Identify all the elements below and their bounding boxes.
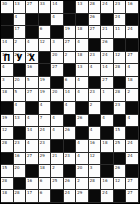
cell-number: 24 bbox=[102, 52, 107, 57]
grid-cell[interactable]: 2 bbox=[89, 102, 102, 115]
grid-cell[interactable]: 24 bbox=[114, 14, 127, 27]
cell-number: 28 bbox=[90, 178, 95, 183]
grid-cell[interactable]: 26 bbox=[64, 178, 77, 191]
grid-cell[interactable]: 4 bbox=[64, 102, 77, 115]
cell-number: 1 bbox=[102, 89, 105, 94]
cell-number: 18 bbox=[77, 52, 82, 57]
grid-cell[interactable]: 4 bbox=[76, 153, 89, 166]
cell-number: 25 bbox=[115, 140, 120, 145]
grid-cell[interactable]: 28 bbox=[14, 190, 27, 203]
grid-cell[interactable]: 19 bbox=[1, 115, 14, 128]
cell-number: 29 bbox=[77, 190, 82, 195]
grid-cell[interactable]: 14 bbox=[26, 127, 39, 140]
cell-number: 4 bbox=[52, 14, 55, 19]
cell-number: 26 bbox=[77, 115, 82, 120]
cell-number: 20 bbox=[52, 89, 57, 94]
grid-cell[interactable]: 12 bbox=[1, 127, 14, 140]
cell-number: 3 bbox=[90, 165, 93, 170]
cell-number: 23 bbox=[115, 102, 120, 107]
cell-number: 14 bbox=[65, 89, 70, 94]
cell-number: 4 bbox=[27, 115, 30, 120]
cell-number: 2 bbox=[127, 89, 130, 94]
cell-number: 23 bbox=[90, 89, 95, 94]
cell-number: 12 bbox=[115, 52, 120, 57]
black-cell bbox=[51, 140, 64, 153]
grid-cell[interactable]: 4 bbox=[1, 64, 14, 77]
cell-number: 19 bbox=[2, 115, 7, 120]
cell-number: 18 bbox=[2, 190, 7, 195]
grid-cell[interactable]: 18 bbox=[1, 190, 14, 203]
grid-cell[interactable]: 27 bbox=[126, 52, 139, 65]
cell-number: 21 bbox=[52, 153, 57, 158]
cell-number: 16 bbox=[15, 153, 20, 158]
grid-cell[interactable]: 26 bbox=[76, 115, 89, 128]
grid-cell[interactable]: 4 bbox=[126, 64, 139, 77]
grid-cell[interactable]: 2 bbox=[76, 178, 89, 191]
cell-number: 18 bbox=[2, 89, 7, 94]
cell-number: 4 bbox=[127, 115, 130, 120]
grid-cell[interactable]: 24 bbox=[39, 127, 52, 140]
grid-cell[interactable]: 21 bbox=[101, 26, 114, 39]
grid-cell[interactable]: 5 bbox=[14, 89, 27, 102]
black-cell bbox=[39, 64, 52, 77]
cell-number: 4 bbox=[65, 102, 68, 107]
cell-number: 4 bbox=[2, 64, 5, 69]
grid-cell[interactable]: 2 bbox=[126, 89, 139, 102]
grid-cell[interactable]: 1 bbox=[101, 89, 114, 102]
cell-number: 28 bbox=[2, 140, 7, 145]
grid-cell[interactable]: 4 bbox=[89, 64, 102, 77]
grid-cell[interactable]: 26 bbox=[101, 39, 114, 52]
grid-cell[interactable]: 4 bbox=[26, 140, 39, 153]
black-cell bbox=[14, 64, 27, 77]
cell-number: 27 bbox=[27, 1, 32, 6]
grid-cell[interactable]: 20 bbox=[14, 165, 27, 178]
cell-number: 28 bbox=[15, 190, 20, 195]
grid-cell[interactable]: 18 bbox=[126, 77, 139, 90]
grid-cell[interactable]: 13 bbox=[76, 64, 89, 77]
cell-number: 28 bbox=[115, 64, 120, 69]
grid-cell[interactable]: 5 bbox=[26, 77, 39, 90]
grid-cell[interactable]: 30 bbox=[1, 1, 14, 14]
cell-number: 16 bbox=[27, 178, 32, 183]
grid-cell[interactable]: 33 bbox=[39, 1, 52, 14]
cell-number: 4 bbox=[77, 39, 80, 44]
black-cell bbox=[51, 26, 64, 39]
grid-cell[interactable]: 19 bbox=[39, 89, 52, 102]
grid-cell[interactable]: 12 bbox=[114, 52, 127, 65]
grid-cell[interactable]: 20 bbox=[76, 165, 89, 178]
cell-number: 12 bbox=[40, 39, 45, 44]
grid-cell[interactable]: 4 bbox=[101, 115, 114, 128]
cell-number: 14 bbox=[52, 1, 57, 6]
cell-number: 27 bbox=[127, 52, 132, 57]
grid-cell[interactable]: 7 bbox=[39, 115, 52, 128]
black-cell bbox=[51, 102, 64, 115]
grid-cell[interactable]: 16 bbox=[89, 140, 102, 153]
black-cell bbox=[89, 39, 102, 52]
black-cell bbox=[14, 127, 27, 140]
grid-cell[interactable]: 29 bbox=[76, 190, 89, 203]
cell-number: 4 bbox=[15, 102, 18, 107]
grid-cell[interactable]: 24 bbox=[64, 190, 77, 203]
grid-cell[interactable]: 27 bbox=[26, 153, 39, 166]
cell-number: 2 bbox=[65, 52, 68, 57]
grid-cell[interactable]: 26 bbox=[89, 14, 102, 27]
cell-number: 15 bbox=[2, 165, 7, 170]
cell-number: 14 bbox=[2, 39, 7, 44]
cell-number: 24 bbox=[115, 14, 120, 19]
cell-number: 3 bbox=[2, 77, 5, 82]
cell-number: 21 bbox=[102, 26, 107, 31]
cell-number: 27 bbox=[65, 39, 70, 44]
cell-number: 4 bbox=[127, 64, 130, 69]
grid-cell[interactable]: 4 bbox=[89, 127, 102, 140]
black-cell bbox=[89, 77, 102, 90]
grid-cell[interactable]: 27 bbox=[26, 89, 39, 102]
grid-cell[interactable]: 20 bbox=[14, 77, 27, 90]
grid-cell[interactable]: 4 bbox=[26, 115, 39, 128]
cell-number: 6 bbox=[40, 26, 43, 31]
grid-cell[interactable]: 14 bbox=[1, 39, 14, 52]
grid-cell[interactable]: 14 bbox=[51, 1, 64, 14]
black-cell bbox=[1, 153, 14, 166]
cell-number: 4 bbox=[77, 153, 80, 158]
grid-cell[interactable]: 24 bbox=[101, 1, 114, 14]
grid-cell[interactable]: 4 bbox=[26, 39, 39, 52]
grid-cell[interactable]: 4 bbox=[51, 14, 64, 27]
cell-number: 24 bbox=[102, 1, 107, 6]
grid-cell[interactable]: 27 bbox=[126, 190, 139, 203]
grid-cell[interactable]: 25Х bbox=[26, 52, 39, 65]
cell-number: 13 bbox=[77, 64, 82, 69]
cell-number: 18 bbox=[40, 165, 45, 170]
black-cell bbox=[26, 26, 39, 39]
cell-number: 20 bbox=[15, 165, 20, 170]
grid-cell[interactable]: 15 bbox=[114, 127, 127, 140]
grid-cell[interactable]: 23 bbox=[89, 89, 102, 102]
cell-number: 3 bbox=[52, 39, 55, 44]
cell-number: 27 bbox=[127, 190, 132, 195]
cell-number: 4 bbox=[52, 127, 55, 132]
cell-number: 27 bbox=[52, 64, 57, 69]
grid-cell[interactable]: 19 bbox=[39, 77, 52, 90]
grid-cell[interactable]: 4 bbox=[76, 77, 89, 90]
cell-number: 27 bbox=[27, 153, 32, 158]
black-cell bbox=[114, 39, 127, 52]
black-cell bbox=[64, 115, 77, 128]
black-cell bbox=[114, 115, 127, 128]
grid-cell[interactable]: 28 bbox=[114, 89, 127, 102]
black-cell bbox=[51, 77, 64, 90]
black-cell bbox=[101, 14, 114, 27]
grid-cell[interactable]: 28 bbox=[89, 178, 102, 191]
cell-number: 5 bbox=[15, 89, 18, 94]
black-cell bbox=[126, 39, 139, 52]
black-cell bbox=[39, 52, 52, 65]
cell-number: 4 bbox=[40, 102, 43, 107]
grid-cell[interactable]: 16 bbox=[126, 1, 139, 14]
codeword-board: 3013273314132824231644262417619182721112… bbox=[0, 0, 140, 204]
grid-cell[interactable]: 4 bbox=[76, 89, 89, 102]
grid-cell[interactable]: 16 bbox=[14, 153, 27, 166]
grid-cell[interactable]: 21 bbox=[51, 153, 64, 166]
cell-number: 13 bbox=[15, 1, 20, 6]
grid-cell[interactable]: 28 bbox=[89, 1, 102, 14]
grid-cell[interactable]: 14 bbox=[101, 64, 114, 77]
grid-cell[interactable]: 4 bbox=[39, 102, 52, 115]
cell-number: 14 bbox=[102, 64, 107, 69]
cell-number: 27 bbox=[27, 89, 32, 94]
codeword-puzzle-page: 3013273314132824231644262417619182721112… bbox=[0, 0, 140, 204]
grid-cell[interactable]: 27 bbox=[51, 64, 64, 77]
grid-cell[interactable]: 18 bbox=[39, 165, 52, 178]
grid-cell[interactable]: 18П bbox=[1, 52, 14, 65]
cell-number: 17 bbox=[27, 190, 32, 195]
cell-number: 29 bbox=[40, 153, 45, 158]
grid-cell[interactable]: 16 bbox=[101, 178, 114, 191]
cell-number: 16 bbox=[90, 140, 95, 145]
grid-cell[interactable]: 12 bbox=[114, 178, 127, 191]
grid-cell[interactable]: 2 bbox=[64, 52, 77, 65]
grid-cell[interactable]: 20 bbox=[51, 52, 64, 65]
grid-cell[interactable]: 18 bbox=[76, 52, 89, 65]
grid-cell[interactable]: 24 bbox=[126, 140, 139, 153]
cell-number: 13 bbox=[15, 115, 20, 120]
grid-cell[interactable]: 3 bbox=[51, 39, 64, 52]
grid-cell[interactable]: 27 bbox=[26, 1, 39, 14]
grid-cell[interactable]: 3 bbox=[89, 165, 102, 178]
black-cell bbox=[64, 140, 77, 153]
cell-number: 26 bbox=[65, 178, 70, 183]
grid-cell[interactable]: 4 bbox=[76, 140, 89, 153]
grid-cell[interactable]: 25 bbox=[114, 140, 127, 153]
hint-letter: П bbox=[1, 55, 13, 64]
cell-number: 6 bbox=[40, 178, 43, 183]
grid-cell[interactable]: 26 bbox=[64, 127, 77, 140]
grid-cell[interactable]: 27 bbox=[89, 26, 102, 39]
grid-cell[interactable]: 4 bbox=[14, 14, 27, 27]
cell-number: 27 bbox=[102, 77, 107, 82]
grid-cell[interactable]: 18 bbox=[1, 89, 14, 102]
cell-number: 24 bbox=[127, 140, 132, 145]
black-cell bbox=[101, 153, 114, 166]
grid-cell[interactable]: 3 bbox=[1, 77, 14, 90]
cell-number: 23 bbox=[65, 153, 70, 158]
grid-cell[interactable]: 13 bbox=[14, 115, 27, 128]
cell-number: 12 bbox=[115, 178, 120, 183]
black-cell bbox=[64, 14, 77, 27]
black-cell bbox=[89, 190, 102, 203]
cell-number: 23 bbox=[90, 52, 95, 57]
grid-cell[interactable]: 24 bbox=[101, 52, 114, 65]
cell-number: 16 bbox=[102, 178, 107, 183]
cell-number: 4 bbox=[77, 77, 80, 82]
cell-number: 24 bbox=[40, 127, 45, 132]
cell-number: 19 bbox=[65, 26, 70, 31]
grid-cell[interactable]: 12 bbox=[89, 153, 102, 166]
black-cell bbox=[101, 127, 114, 140]
grid-cell[interactable]: 4 bbox=[51, 115, 64, 128]
grid-cell[interactable]: 2 bbox=[14, 39, 27, 52]
grid-cell[interactable]: 4 bbox=[126, 115, 139, 128]
cell-number: 2 bbox=[52, 165, 55, 170]
black-cell bbox=[26, 14, 39, 27]
grid-cell[interactable]: 6 bbox=[39, 26, 52, 39]
cell-number: 33 bbox=[40, 1, 45, 6]
black-cell bbox=[114, 190, 127, 203]
cell-number: 4 bbox=[90, 127, 93, 132]
grid-cell[interactable]: 6 bbox=[39, 190, 52, 203]
cell-number: 28 bbox=[115, 89, 120, 94]
cell-number: 27 bbox=[90, 26, 95, 31]
black-cell bbox=[76, 14, 89, 27]
cell-number: 23 bbox=[115, 1, 120, 6]
hint-letter: Х bbox=[26, 55, 38, 64]
cell-number: 24 bbox=[102, 190, 107, 195]
black-cell bbox=[14, 178, 27, 191]
grid-cell[interactable]: 15 bbox=[1, 165, 14, 178]
black-cell bbox=[126, 102, 139, 115]
cell-number: 30 bbox=[2, 1, 7, 6]
cell-number: 4 bbox=[52, 115, 55, 120]
grid-cell[interactable]: 27 bbox=[64, 39, 77, 52]
grid-cell[interactable]: 26У bbox=[14, 52, 27, 65]
grid-cell[interactable]: 23 bbox=[39, 140, 52, 153]
cell-number: 15 bbox=[115, 127, 120, 132]
cell-number: 25 bbox=[52, 178, 57, 183]
cell-number: 2 bbox=[90, 102, 93, 107]
grid-cell[interactable]: 12 bbox=[39, 39, 52, 52]
grid-cell[interactable]: 11 bbox=[114, 26, 127, 39]
grid-cell[interactable]: 2 bbox=[51, 165, 64, 178]
cell-number: 5 bbox=[27, 77, 30, 82]
cell-number: 16 bbox=[27, 64, 32, 69]
cell-number: 6 bbox=[40, 190, 43, 195]
grid-cell[interactable]: 29 bbox=[39, 153, 52, 166]
grid-cell[interactable]: 26 bbox=[114, 165, 127, 178]
grid-cell[interactable]: 27 bbox=[126, 178, 139, 191]
cell-number: 4 bbox=[27, 140, 30, 145]
grid-cell[interactable]: 16 bbox=[26, 178, 39, 191]
cell-number: 23 bbox=[40, 140, 45, 145]
cell-number: 19 bbox=[40, 77, 45, 82]
black-cell bbox=[101, 165, 114, 178]
grid-cell[interactable]: 13 bbox=[76, 1, 89, 14]
cell-number: 28 bbox=[2, 178, 7, 183]
cell-number: 20 bbox=[77, 165, 82, 170]
cell-number: 4 bbox=[90, 64, 93, 69]
black-cell bbox=[114, 77, 127, 90]
grid-cell[interactable]: 6 bbox=[64, 77, 77, 90]
black-cell bbox=[64, 1, 77, 14]
grid-cell[interactable]: 16 bbox=[26, 64, 39, 77]
black-cell bbox=[1, 26, 14, 39]
cell-number: 14 bbox=[27, 127, 32, 132]
grid-cell[interactable]: 23 bbox=[114, 1, 127, 14]
cell-number: 4 bbox=[102, 115, 105, 120]
cell-number: 26 bbox=[90, 14, 95, 19]
cell-number: 17 bbox=[15, 26, 20, 31]
black-cell bbox=[51, 190, 64, 203]
cell-number: 24 bbox=[127, 26, 132, 31]
cell-number: 26 bbox=[65, 127, 70, 132]
grid-cell[interactable]: 4 bbox=[51, 127, 64, 140]
cell-number: 26 bbox=[102, 39, 107, 44]
cell-number: 4 bbox=[77, 89, 80, 94]
grid-cell[interactable]: 18 bbox=[101, 140, 114, 153]
grid-cell[interactable]: 18 bbox=[76, 26, 89, 39]
black-cell bbox=[126, 14, 139, 27]
black-cell bbox=[1, 102, 14, 115]
grid-cell[interactable]: 19 bbox=[64, 26, 77, 39]
cell-number: 4 bbox=[27, 39, 30, 44]
black-cell bbox=[39, 14, 52, 27]
cell-number: 20 bbox=[52, 52, 57, 57]
cell-number: 18 bbox=[127, 77, 132, 82]
cell-number: 12 bbox=[2, 127, 7, 132]
cell-number: 13 bbox=[77, 1, 82, 6]
black-cell bbox=[76, 102, 89, 115]
grid-cell[interactable]: 17 bbox=[26, 190, 39, 203]
black-cell bbox=[126, 165, 139, 178]
black-cell bbox=[89, 115, 102, 128]
grid-cell[interactable]: 4 bbox=[76, 39, 89, 52]
grid-cell[interactable]: 24 bbox=[126, 26, 139, 39]
grid-cell[interactable]: 23 bbox=[114, 102, 127, 115]
cell-number: 6 bbox=[65, 77, 68, 82]
grid-cell[interactable]: 4 bbox=[14, 102, 27, 115]
cell-number: 19 bbox=[40, 89, 45, 94]
black-cell bbox=[64, 64, 77, 77]
cell-number: 2 bbox=[77, 178, 80, 183]
cell-number: 20 bbox=[15, 77, 20, 82]
cell-number: 2 bbox=[15, 39, 18, 44]
black-cell bbox=[1, 14, 14, 27]
grid-cell[interactable]: 24 bbox=[101, 190, 114, 203]
grid-cell[interactable]: 28 bbox=[1, 178, 14, 191]
grid-cell[interactable]: 17 bbox=[14, 26, 27, 39]
black-cell bbox=[26, 102, 39, 115]
grid-cell[interactable]: 13 bbox=[14, 1, 27, 14]
grid-cell[interactable]: 23 bbox=[14, 140, 27, 153]
cell-number: 18 bbox=[77, 26, 82, 31]
grid-cell[interactable]: 20 bbox=[51, 89, 64, 102]
black-cell bbox=[101, 102, 114, 115]
black-cell bbox=[114, 153, 127, 166]
grid-cell[interactable]: 6 bbox=[39, 178, 52, 191]
cell-number: 27 bbox=[127, 178, 132, 183]
hint-letter: У bbox=[14, 55, 26, 64]
grid-cell[interactable]: 24 bbox=[126, 153, 139, 166]
grid-cell[interactable]: 14 bbox=[64, 89, 77, 102]
grid-cell[interactable]: 27 bbox=[101, 77, 114, 90]
cell-number: 24 bbox=[65, 190, 70, 195]
cell-number: 23 bbox=[15, 140, 20, 145]
black-cell bbox=[76, 127, 89, 140]
cell-number: 16 bbox=[127, 1, 132, 6]
cell-number: 7 bbox=[40, 115, 43, 120]
grid-cell[interactable]: 23 bbox=[89, 52, 102, 65]
grid-cell[interactable]: 23 bbox=[64, 153, 77, 166]
grid-cell[interactable]: 28 bbox=[1, 140, 14, 153]
black-cell bbox=[64, 165, 77, 178]
grid-cell[interactable]: 28 bbox=[114, 64, 127, 77]
cell-number: 11 bbox=[115, 26, 120, 31]
black-cell bbox=[126, 127, 139, 140]
cell-number: 4 bbox=[15, 14, 18, 19]
grid-cell[interactable]: 25 bbox=[51, 178, 64, 191]
